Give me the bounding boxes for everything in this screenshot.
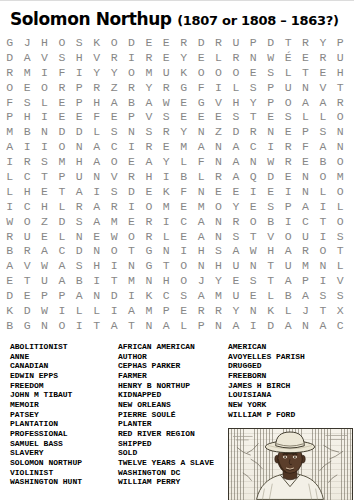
- grid-cell: L: [332, 259, 349, 274]
- grid-cell: O: [279, 230, 296, 245]
- grid-cell: E: [158, 51, 175, 66]
- grid-cell: S: [158, 110, 175, 125]
- grid-cell: T: [158, 259, 175, 274]
- grid-cell: H: [210, 259, 227, 274]
- grid-cell: R: [105, 200, 122, 215]
- grid-cell: N: [245, 155, 262, 170]
- grid-cell: B: [1, 244, 18, 259]
- grid-cell: D: [105, 289, 122, 304]
- grid-cell: S: [314, 289, 331, 304]
- grid-cell: R: [123, 81, 140, 96]
- grid-cell: B: [175, 170, 192, 185]
- grid-cell: E: [18, 289, 35, 304]
- word-list-item: PATSEY: [10, 410, 82, 420]
- grid-cell: A: [53, 259, 70, 274]
- grid-cell: E: [210, 110, 227, 125]
- word-list-item: VIOLINIST: [10, 468, 82, 478]
- grid-cell: G: [175, 81, 192, 96]
- grid-cell: N: [297, 319, 314, 334]
- grid-cell: E: [36, 230, 53, 245]
- grid-cell: Z: [36, 215, 53, 230]
- grid-cell: F: [53, 66, 70, 81]
- grid-cell: N: [88, 244, 105, 259]
- grid-cell: P: [332, 36, 349, 51]
- grid-cell: A: [158, 319, 175, 334]
- grid-cell: K: [158, 185, 175, 200]
- word-list-item: PLANTER: [118, 419, 214, 429]
- grid-cell: W: [262, 155, 279, 170]
- grid-cell: Y: [210, 274, 227, 289]
- grid-cell: P: [297, 125, 314, 140]
- grid-cell: I: [123, 200, 140, 215]
- grid-cell: T: [53, 185, 70, 200]
- grid-cell: B: [314, 155, 331, 170]
- title-dates: (1807 or 1808 – 1863?): [177, 13, 338, 28]
- grid-cell: D: [1, 51, 18, 66]
- word-list-item: JAMES H BIRCH: [228, 381, 305, 391]
- word-list-item: PLANTATION: [10, 419, 82, 429]
- word-list-item: ANNE: [10, 352, 82, 362]
- grid-cell: U: [297, 230, 314, 245]
- grid-cell: M: [53, 155, 70, 170]
- grid-cell: S: [71, 36, 88, 51]
- grid-cell: N: [71, 140, 88, 155]
- grid-cell: N: [36, 319, 53, 334]
- grid-cell: K: [175, 66, 192, 81]
- grid-cell: E: [123, 155, 140, 170]
- grid-cell: Y: [175, 51, 192, 66]
- grid-cell: N: [210, 319, 227, 334]
- grid-cell: T: [262, 274, 279, 289]
- grid-cell: Y: [245, 96, 262, 111]
- word-list-item: CANADIAN: [10, 361, 82, 371]
- grid-cell: R: [123, 170, 140, 185]
- grid-cell: N: [332, 125, 349, 140]
- grid-cell: R: [140, 215, 157, 230]
- grid-cell: S: [245, 81, 262, 96]
- grid-cell: N: [245, 304, 262, 319]
- grid-cell: O: [332, 185, 349, 200]
- grid-cell: K: [88, 36, 105, 51]
- grid-cell: I: [175, 244, 192, 259]
- grid-cell: L: [314, 110, 331, 125]
- word-list-item: SHIPPED: [118, 439, 214, 449]
- grid-cell: A: [36, 244, 53, 259]
- grid-cell: O: [210, 200, 227, 215]
- grid-cell: K: [140, 289, 157, 304]
- grid-cell: M: [140, 66, 157, 81]
- grid-cell: S: [71, 215, 88, 230]
- grid-cell: A: [71, 289, 88, 304]
- grid-cell: E: [227, 185, 244, 200]
- grid-cell: L: [71, 304, 88, 319]
- grid-cell: R: [158, 81, 175, 96]
- grid-cell: S: [332, 289, 349, 304]
- grid-cell: H: [192, 244, 209, 259]
- grid-cell: E: [245, 66, 262, 81]
- grid-cell: N: [332, 140, 349, 155]
- word-list-item: LOUISIANA: [228, 390, 305, 400]
- grid-cell: W: [158, 96, 175, 111]
- grid-cell: I: [245, 185, 262, 200]
- grid-cell: D: [123, 36, 140, 51]
- grid-cell: G: [140, 244, 157, 259]
- grid-cell: A: [279, 244, 296, 259]
- grid-cell: V: [332, 274, 349, 289]
- grid-cell: S: [227, 230, 244, 245]
- grid-cell: N: [192, 259, 209, 274]
- grid-cell: N: [123, 259, 140, 274]
- grid-cell: R: [140, 230, 157, 245]
- grid-cell: M: [192, 200, 209, 215]
- grid-cell: K: [1, 304, 18, 319]
- grid-cell: N: [297, 170, 314, 185]
- grid-cell: O: [279, 96, 296, 111]
- grid-cell: I: [158, 215, 175, 230]
- grid-cell: E: [175, 110, 192, 125]
- grid-cell: O: [105, 244, 122, 259]
- grid-cell: R: [297, 36, 314, 51]
- grid-cell: P: [53, 170, 70, 185]
- grid-cell: H: [140, 170, 157, 185]
- grid-cell: U: [227, 36, 244, 51]
- grid-cell: D: [71, 125, 88, 140]
- grid-cell: P: [53, 289, 70, 304]
- grid-cell: E: [262, 185, 279, 200]
- grid-cell: I: [158, 170, 175, 185]
- grid-cell: N: [210, 215, 227, 230]
- grid-cell: P: [158, 304, 175, 319]
- grid-cell: R: [71, 200, 88, 215]
- grid-cell: H: [262, 244, 279, 259]
- grid-cell: R: [158, 125, 175, 140]
- grid-cell: R: [18, 244, 35, 259]
- grid-cell: O: [210, 66, 227, 81]
- grid-cell: C: [158, 289, 175, 304]
- grid-cell: N: [88, 289, 105, 304]
- grid-cell: S: [210, 244, 227, 259]
- grid-cell: L: [158, 230, 175, 245]
- grid-cell: L: [279, 66, 296, 81]
- grid-cell: E: [279, 125, 296, 140]
- grid-cell: C: [297, 215, 314, 230]
- grid-cell: T: [245, 110, 262, 125]
- grid-cell: L: [279, 304, 296, 319]
- grid-cell: R: [279, 155, 296, 170]
- word-list-item: WILLIAM P FORD: [228, 410, 305, 420]
- word-list-item: AVOYELLES PARISH: [228, 352, 305, 362]
- grid-cell: L: [297, 110, 314, 125]
- grid-cell: A: [88, 215, 105, 230]
- word-list-item: HENRY B NORTHUP: [118, 381, 214, 391]
- word-list-item: TWELVE YEARS A SLAVE: [118, 458, 214, 468]
- title-name: Solomon Northup: [10, 9, 172, 29]
- grid-cell: O: [140, 200, 157, 215]
- grid-cell: L: [53, 200, 70, 215]
- grid-cell: E: [314, 66, 331, 81]
- word-list-item: AUTHOR: [118, 352, 214, 362]
- grid-cell: Z: [105, 81, 122, 96]
- word-list-column-3: AMERICANAVOYELLES PARISHDRUGGEDFREEBORNJ…: [228, 342, 305, 419]
- grid-cell: H: [227, 96, 244, 111]
- grid-cell: Q: [245, 170, 262, 185]
- grid-cell: U: [279, 81, 296, 96]
- grid-cell: M: [140, 304, 157, 319]
- grid-cell: A: [227, 170, 244, 185]
- grid-cell: W: [262, 51, 279, 66]
- grid-cell: R: [210, 304, 227, 319]
- grid-cell: C: [175, 215, 192, 230]
- grid-cell: U: [332, 51, 349, 66]
- grid-cell: E: [140, 36, 157, 51]
- grid-cell: O: [175, 259, 192, 274]
- word-list-item: NEW ORLEANS: [118, 400, 214, 410]
- word-list-item: FREEDOM: [10, 381, 82, 391]
- grid-cell: R: [18, 155, 35, 170]
- grid-cell: N: [158, 244, 175, 259]
- grid-cell: B: [71, 274, 88, 289]
- grid-cell: Y: [158, 155, 175, 170]
- grid-cell: A: [192, 289, 209, 304]
- grid-cell: I: [36, 66, 53, 81]
- grid-cell: I: [279, 185, 296, 200]
- grid-cell: W: [105, 230, 122, 245]
- grid-cell: R: [1, 230, 18, 245]
- grid-cell: T: [36, 170, 53, 185]
- grid-cell: A: [71, 185, 88, 200]
- grid-cell: M: [210, 289, 227, 304]
- grid-cell: L: [36, 96, 53, 111]
- grid-cell: O: [53, 140, 70, 155]
- grid-cell: D: [53, 125, 70, 140]
- grid-cell: B: [123, 96, 140, 111]
- grid-cell: I: [262, 140, 279, 155]
- grid-cell: E: [210, 185, 227, 200]
- grid-cell: D: [71, 244, 88, 259]
- word-list-item: NEW YORK: [228, 400, 305, 410]
- page-edge-line: [0, 0, 354, 1]
- grid-cell: F: [175, 185, 192, 200]
- grid-cell: E: [297, 51, 314, 66]
- grid-cell: I: [279, 215, 296, 230]
- grid-cell: H: [18, 110, 35, 125]
- word-list-item: WILLIAM PERRY: [118, 477, 214, 487]
- grid-cell: E: [53, 96, 70, 111]
- grid-cell: O: [105, 155, 122, 170]
- grid-cell: V: [210, 96, 227, 111]
- grid-cell: E: [1, 274, 18, 289]
- grid-cell: R: [245, 125, 262, 140]
- grid-cell: D: [262, 170, 279, 185]
- grid-cell: H: [332, 66, 349, 81]
- grid-cell: S: [245, 274, 262, 289]
- grid-cell: L: [192, 170, 209, 185]
- grid-cell: O: [332, 110, 349, 125]
- word-list-item: AMERICAN: [228, 342, 305, 352]
- word-list-item: RED RIVER REGION: [118, 429, 214, 439]
- grid-cell: O: [314, 170, 331, 185]
- grid-cell: D: [192, 36, 209, 51]
- grid-cell: E: [227, 274, 244, 289]
- grid-cell: T: [245, 230, 262, 245]
- grid-cell: I: [18, 140, 35, 155]
- grid-cell: C: [18, 170, 35, 185]
- grid-cell: U: [227, 259, 244, 274]
- grid-cell: A: [314, 140, 331, 155]
- grid-cell: Y: [88, 66, 105, 81]
- grid-cell: O: [332, 155, 349, 170]
- grid-cell: B: [279, 289, 296, 304]
- word-list-item: FARMER: [118, 371, 214, 381]
- grid-cell: W: [245, 244, 262, 259]
- grid-cell: N: [245, 51, 262, 66]
- grid-cell: F: [88, 110, 105, 125]
- grid-cell: S: [71, 259, 88, 274]
- word-list-item: JOHN M TIBAUT: [10, 390, 82, 400]
- grid-cell: C: [105, 140, 122, 155]
- grid-cell: P: [279, 200, 296, 215]
- grid-cell: A: [227, 244, 244, 259]
- grid-cell: I: [1, 155, 18, 170]
- grid-cell: F: [297, 140, 314, 155]
- grid-cell: E: [279, 170, 296, 185]
- grid-cell: V: [262, 230, 279, 245]
- grid-cell: E: [175, 96, 192, 111]
- grid-cell: L: [88, 304, 105, 319]
- grid-cell: B: [262, 215, 279, 230]
- grid-cell: R: [227, 215, 244, 230]
- grid-cell: A: [140, 155, 157, 170]
- grid-cell: E: [18, 81, 35, 96]
- grid-cell: É: [279, 51, 296, 66]
- grid-cell: N: [71, 230, 88, 245]
- grid-cell: M: [123, 274, 140, 289]
- grid-cell: T: [314, 304, 331, 319]
- grid-cell: T: [297, 66, 314, 81]
- grid-cell: S: [175, 289, 192, 304]
- grid-cell: R: [297, 244, 314, 259]
- grid-cell: S: [332, 230, 349, 245]
- grid-cell: A: [88, 155, 105, 170]
- grid-cell: G: [1, 36, 18, 51]
- grid-cell: E: [262, 110, 279, 125]
- grid-cell: E: [158, 36, 175, 51]
- grid-cell: S: [314, 125, 331, 140]
- grid-cell: D: [1, 289, 18, 304]
- word-list-column-1: ABOLITIONISTANNECANADIANEDWIN EPPSFREEDO…: [10, 342, 82, 487]
- grid-cell: I: [314, 274, 331, 289]
- grid-cell: I: [314, 200, 331, 215]
- word-list-item: SOLOMON NORTHUP: [10, 458, 82, 468]
- grid-cell: Y: [175, 125, 192, 140]
- grid-cell: A: [227, 140, 244, 155]
- word-list-item: PROFESSIONAL: [10, 429, 82, 439]
- grid-cell: H: [18, 185, 35, 200]
- grid-cell: A: [192, 230, 209, 245]
- grid-cell: A: [227, 155, 244, 170]
- grid-cell: P: [262, 96, 279, 111]
- grid-cell: R: [192, 304, 209, 319]
- grid-cell: E: [105, 110, 122, 125]
- word-list-item: MEMOIR: [10, 400, 82, 410]
- grid-cell: A: [140, 96, 157, 111]
- grid-cell: H: [71, 155, 88, 170]
- grid-cell: A: [1, 259, 18, 274]
- grid-cell: Y: [140, 81, 157, 96]
- grid-cell: T: [123, 319, 140, 334]
- grid-cell: E: [71, 110, 88, 125]
- grid-cell: A: [314, 319, 331, 334]
- grid-cell: O: [123, 66, 140, 81]
- word-list-item: SOLD: [118, 448, 214, 458]
- grid-cell: U: [227, 289, 244, 304]
- grid-cell: P: [36, 289, 53, 304]
- grid-cell: J: [192, 274, 209, 289]
- grid-cell: I: [245, 319, 262, 334]
- grid-cell: A: [53, 274, 70, 289]
- grid-cell: L: [262, 289, 279, 304]
- grid-cell: O: [36, 81, 53, 96]
- grid-cell: E: [53, 110, 70, 125]
- grid-cell: S: [227, 110, 244, 125]
- grid-cell: U: [158, 66, 175, 81]
- grid-cell: D: [18, 304, 35, 319]
- word-list-item: EDWIN EPPS: [10, 371, 82, 381]
- grid-cell: E: [297, 155, 314, 170]
- grid-cell: V: [36, 51, 53, 66]
- grid-cell: Z: [210, 125, 227, 140]
- grid-cell: H: [36, 36, 53, 51]
- grid-cell: L: [332, 200, 349, 215]
- grid-cell: H: [88, 259, 105, 274]
- grid-cell: S: [105, 125, 122, 140]
- grid-cell: C: [18, 200, 35, 215]
- grid-cell: L: [314, 185, 331, 200]
- grid-cell: A: [1, 140, 18, 155]
- grid-cell: I: [71, 319, 88, 334]
- grid-cell: Y: [227, 304, 244, 319]
- word-list-item: SAMUEL BASS: [10, 439, 82, 449]
- grid-cell: B: [1, 319, 18, 334]
- grid-cell: T: [332, 81, 349, 96]
- grid-cell: H: [158, 274, 175, 289]
- grid-cell: E: [36, 185, 53, 200]
- grid-cell: S: [262, 66, 279, 81]
- grid-cell: L: [210, 51, 227, 66]
- grid-cell: U: [71, 170, 88, 185]
- grid-cell: A: [123, 304, 140, 319]
- grid-cell: N: [297, 81, 314, 96]
- grid-cell: M: [297, 259, 314, 274]
- grid-cell: I: [210, 81, 227, 96]
- grid-cell: E: [192, 110, 209, 125]
- grid-cell: E: [123, 215, 140, 230]
- grid-cell: N: [210, 155, 227, 170]
- grid-cell: I: [105, 304, 122, 319]
- word-list-item: AFRICAN AMERICAN: [118, 342, 214, 352]
- grid-cell: F: [192, 155, 209, 170]
- grid-cell: C: [332, 319, 349, 334]
- grid-cell: S: [36, 155, 53, 170]
- grid-cell: A: [279, 319, 296, 334]
- grid-cell: E: [88, 230, 105, 245]
- grid-cell: R: [105, 51, 122, 66]
- grid-cell: S: [18, 96, 35, 111]
- grid-cell: L: [1, 185, 18, 200]
- grid-cell: M: [1, 125, 18, 140]
- grid-cell: L: [1, 170, 18, 185]
- grid-cell: D: [53, 215, 70, 230]
